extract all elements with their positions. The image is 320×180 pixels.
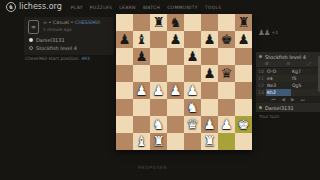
variant-link[interactable]: CHESS960 <box>75 20 100 25</box>
square-b6[interactable]: ♟ <box>133 48 150 65</box>
move-list-toolbar: ☰ ⚙ ⤢ <box>256 61 320 68</box>
move-number: 13 <box>256 90 266 95</box>
engine-icon <box>259 55 262 58</box>
piece-white-knight[interactable]: ♞ <box>150 116 167 133</box>
nav-item-puzzles[interactable]: PUZZLES <box>90 5 112 10</box>
square-c6[interactable] <box>150 48 167 65</box>
captured-pawn-icons: ♟♟ <box>258 28 269 37</box>
square-h7[interactable]: ♟ <box>235 31 252 48</box>
piece-white-pawn[interactable]: ♟ <box>218 116 235 133</box>
piece-white-rook[interactable]: ♜ <box>150 133 167 150</box>
replay-controls: ⏮ ◀ ▶ ⏭ <box>256 96 320 103</box>
move-number: 11 <box>256 76 266 81</box>
move-row-13: 13Kh2 <box>256 89 320 96</box>
piece-black-knight[interactable]: ♞ <box>167 14 184 31</box>
logo-text: lichess.org <box>19 2 62 11</box>
piece-white-pawn[interactable]: ♟ <box>184 82 201 99</box>
expand-icon[interactable]: ⤢ <box>308 61 311 67</box>
square-h4[interactable] <box>235 82 252 99</box>
turn-indicator: Your turn <box>259 114 279 119</box>
lichess-knight-logo-icon: ♞ <box>6 2 16 12</box>
square-a5[interactable] <box>116 65 133 82</box>
square-c4[interactable]: ♟ <box>150 82 167 99</box>
square-g4[interactable] <box>218 82 235 99</box>
piece-black-pawn[interactable]: ♟ <box>201 65 218 82</box>
square-f5[interactable]: ♟ <box>201 65 218 82</box>
piece-white-pawn[interactable]: ♟ <box>167 82 184 99</box>
piece-white-knight[interactable]: ♞ <box>184 99 201 116</box>
player-plate[interactable]: Daniel3131 <box>256 103 320 112</box>
piece-white-bishop[interactable]: ♝ <box>133 133 150 150</box>
square-a1[interactable] <box>116 133 133 150</box>
square-b2[interactable] <box>133 116 150 133</box>
piece-black-king[interactable]: ♚ <box>218 31 235 48</box>
square-g5[interactable]: ♛ <box>218 65 235 82</box>
square-b7[interactable]: ♝ <box>133 31 150 48</box>
black-player-name: Stockfish level 4 <box>36 45 77 51</box>
square-g8[interactable] <box>218 14 235 31</box>
move-black[interactable]: f5 <box>291 75 316 82</box>
square-a8[interactable] <box>116 14 133 31</box>
correspondence-clock-icon: ∞ <box>28 20 39 34</box>
square-h1[interactable] <box>235 133 252 150</box>
piece-white-pawn[interactable]: ♟ <box>150 82 167 99</box>
nav-item-learn[interactable]: LEARN <box>119 5 135 10</box>
move-white[interactable]: e4 <box>266 75 291 82</box>
nav-item-tools[interactable]: TOOLS <box>205 5 222 10</box>
menu-icon[interactable]: ☰ <box>265 61 269 67</box>
move-row-12: 12Ne3Qg5 <box>256 82 320 89</box>
square-g1[interactable] <box>218 133 235 150</box>
square-d1[interactable] <box>167 133 184 150</box>
piece-black-queen[interactable]: ♛ <box>218 65 235 82</box>
square-e8[interactable] <box>184 14 201 31</box>
square-c1[interactable]: ♜ <box>150 133 167 150</box>
under-board-actions: PROPOSER <box>138 165 167 170</box>
piece-white-pawn[interactable]: ♟ <box>201 116 218 133</box>
piece-white-pawn[interactable]: ♟ <box>133 82 150 99</box>
move-black[interactable] <box>291 89 316 96</box>
move-black[interactable]: Qg5 <box>291 82 316 89</box>
square-f7[interactable]: ♟ <box>201 31 218 48</box>
game-info-header: ∞ ∞ • Casual • CHESS960 1 minute ago <box>28 20 110 34</box>
square-b5[interactable] <box>133 65 150 82</box>
square-a7[interactable]: ♟ <box>116 31 133 48</box>
square-h3[interactable] <box>235 99 252 116</box>
square-e6[interactable]: ♟ <box>184 48 201 65</box>
move-white[interactable]: Kh2 <box>266 89 291 96</box>
start-position-label: Chess960 start position: <box>25 56 80 61</box>
lichess-logo[interactable]: ♞ lichess.org <box>6 2 62 12</box>
square-c5[interactable] <box>150 65 167 82</box>
square-b8[interactable] <box>133 14 150 31</box>
last-move-button[interactable]: ⏭ <box>300 97 304 102</box>
propose-button[interactable]: PROPOSER <box>138 165 167 170</box>
square-e5[interactable] <box>184 65 201 82</box>
square-e7[interactable] <box>184 31 201 48</box>
piece-black-pawn[interactable]: ♟ <box>167 31 184 48</box>
square-h5[interactable] <box>235 65 252 82</box>
move-black[interactable]: Kg7 <box>291 68 316 75</box>
square-f6[interactable] <box>201 48 218 65</box>
material-advantage: +1 <box>271 30 278 35</box>
square-g7[interactable]: ♚ <box>218 31 235 48</box>
square-d3[interactable] <box>167 99 184 116</box>
square-g6[interactable] <box>218 48 235 65</box>
settings-gear-icon[interactable]: ⚙ <box>286 61 290 67</box>
square-h8[interactable]: ♜ <box>235 14 252 31</box>
square-e1[interactable] <box>184 133 201 150</box>
square-d6[interactable] <box>167 48 184 65</box>
chess-board: ♜♞♜♟♝♟♟♚♟♟♟♟♛♟♟♟♟♞♞♛♟♟♚♝♜♜ <box>116 14 252 150</box>
square-d7[interactable]: ♟ <box>167 31 184 48</box>
square-a3[interactable] <box>116 99 133 116</box>
square-b4[interactable]: ♟ <box>133 82 150 99</box>
square-f3[interactable] <box>201 99 218 116</box>
piece-white-rook[interactable]: ♜ <box>201 133 218 150</box>
square-b1[interactable]: ♝ <box>133 133 150 150</box>
square-d8[interactable]: ♞ <box>167 14 184 31</box>
online-status-icon <box>259 106 262 109</box>
game-time-ago: 1 minute ago <box>43 27 100 32</box>
piece-white-queen[interactable]: ♛ <box>184 116 201 133</box>
nav-menu: PLAYPUZZLESLEARNWATCHCOMMUNITYTOOLS <box>71 5 222 10</box>
top-nav: ♞ lichess.org PLAYPUZZLESLEARNWATCHCOMMU… <box>0 0 320 13</box>
black-color-icon <box>29 46 33 50</box>
opponent-plate[interactable]: Stockfish level 4 <box>256 52 320 61</box>
white-player-row[interactable]: Daniel3131 <box>28 37 110 43</box>
square-c3[interactable] <box>150 99 167 116</box>
player-name: Daniel3131 <box>265 105 294 111</box>
prev-move-button[interactable]: ◀ <box>282 97 285 102</box>
game-mode-text: ∞ • Casual • <box>43 20 75 25</box>
square-g3[interactable] <box>218 99 235 116</box>
piece-black-rook[interactable]: ♜ <box>235 14 252 31</box>
opponent-name: Stockfish level 4 <box>265 54 306 60</box>
square-c2[interactable]: ♞ <box>150 116 167 133</box>
move-white[interactable]: Ne3 <box>266 82 291 89</box>
white-color-icon <box>29 38 33 42</box>
square-f2[interactable]: ♟ <box>201 116 218 133</box>
square-b3[interactable] <box>133 99 150 116</box>
move-rows: 10O-OKg711e4f512Ne3Qg513Kh2 <box>256 68 320 96</box>
nav-item-play[interactable]: PLAY <box>71 5 83 10</box>
square-h2[interactable]: ♚ <box>235 116 252 133</box>
square-d2[interactable] <box>167 116 184 133</box>
square-e3[interactable]: ♞ <box>184 99 201 116</box>
piece-black-pawn[interactable]: ♟ <box>116 31 133 48</box>
square-a6[interactable] <box>116 48 133 65</box>
piece-white-king[interactable]: ♚ <box>235 116 252 133</box>
start-position-note: Chess960 start position: 493 <box>25 56 90 61</box>
square-g2[interactable]: ♟ <box>218 116 235 133</box>
nav-item-community[interactable]: COMMUNITY <box>167 5 198 10</box>
square-f4[interactable] <box>201 82 218 99</box>
square-e2[interactable]: ♛ <box>184 116 201 133</box>
square-d5[interactable] <box>167 65 184 82</box>
square-f8[interactable] <box>201 14 218 31</box>
move-number: 10 <box>256 69 266 74</box>
captured-pieces-tray: ♟♟ +1 <box>258 28 278 37</box>
white-player-name: Daniel3131 <box>36 37 65 43</box>
square-c7[interactable] <box>150 31 167 48</box>
first-move-button[interactable]: ⏮ <box>271 97 275 102</box>
square-d4[interactable]: ♟ <box>167 82 184 99</box>
move-list-panel: ☰ ⚙ ⤢ 10O-OKg711e4f512Ne3Qg513Kh2 ⏮ ◀ ▶ … <box>256 61 320 103</box>
move-number: 12 <box>256 83 266 88</box>
square-f1[interactable]: ♜ <box>201 133 218 150</box>
piece-black-bishop[interactable]: ♝ <box>133 31 150 48</box>
start-position-link[interactable]: 493 <box>81 56 90 61</box>
piece-black-pawn[interactable]: ♟ <box>201 31 218 48</box>
piece-black-pawn[interactable]: ♟ <box>235 31 252 48</box>
piece-black-rook[interactable]: ♜ <box>150 14 167 31</box>
game-mode-line: ∞ • Casual • CHESS960 <box>43 20 100 25</box>
next-move-button[interactable]: ▶ <box>291 97 294 102</box>
move-row-10: 10O-OKg7 <box>256 68 320 75</box>
square-a2[interactable] <box>116 116 133 133</box>
nav-item-watch[interactable]: WATCH <box>143 5 160 10</box>
black-player-row[interactable]: Stockfish level 4 <box>28 45 110 51</box>
move-white[interactable]: O-O <box>266 68 291 75</box>
game-info-panel: ∞ ∞ • Casual • CHESS960 1 minute ago Dan… <box>24 17 114 55</box>
move-row-11: 11e4f5 <box>256 75 320 82</box>
square-c8[interactable]: ♜ <box>150 14 167 31</box>
piece-black-pawn[interactable]: ♟ <box>184 48 201 65</box>
square-e4[interactable]: ♟ <box>184 82 201 99</box>
square-a4[interactable] <box>116 82 133 99</box>
square-h6[interactable] <box>235 48 252 65</box>
piece-black-pawn[interactable]: ♟ <box>133 48 150 65</box>
